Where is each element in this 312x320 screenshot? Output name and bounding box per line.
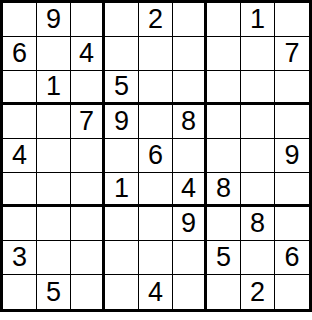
cell-r5c6[interactable] [173,139,207,173]
cell-r5c5[interactable]: 6 [139,139,173,173]
cell-r2c5[interactable] [139,37,173,71]
cell-r4c8[interactable] [241,105,275,139]
cell-r1c2[interactable]: 9 [37,3,71,37]
cell-r8c4[interactable] [105,241,139,275]
cell-r6c5[interactable] [139,173,173,207]
cell-r6c6[interactable]: 4 [173,173,207,207]
cell-r2c8[interactable] [241,37,275,71]
cell-r4c5[interactable] [139,105,173,139]
cell-r7c2[interactable] [37,207,71,241]
cell-r9c6[interactable] [173,275,207,309]
cell-r8c3[interactable] [71,241,105,275]
cell-r4c3[interactable]: 7 [71,105,105,139]
cell-r5c1[interactable]: 4 [3,139,37,173]
cell-r9c5[interactable]: 4 [139,275,173,309]
cell-r9c9[interactable] [275,275,309,309]
cell-r5c7[interactable] [207,139,241,173]
cell-r1c3[interactable] [71,3,105,37]
cell-r7c3[interactable] [71,207,105,241]
cell-r6c3[interactable] [71,173,105,207]
cell-r5c3[interactable] [71,139,105,173]
cell-r2c4[interactable] [105,37,139,71]
cell-r9c1[interactable] [3,275,37,309]
cell-r8c1[interactable]: 3 [3,241,37,275]
cell-r7c9[interactable] [275,207,309,241]
cell-r7c1[interactable] [3,207,37,241]
cell-r6c8[interactable] [241,173,275,207]
cell-r4c4[interactable]: 9 [105,105,139,139]
cell-r6c2[interactable] [37,173,71,207]
cell-r4c9[interactable] [275,105,309,139]
cell-r1c8[interactable]: 1 [241,3,275,37]
cell-r7c8[interactable]: 8 [241,207,275,241]
cell-r6c9[interactable] [275,173,309,207]
cell-r3c9[interactable] [275,71,309,105]
cell-r2c7[interactable] [207,37,241,71]
cell-r2c6[interactable] [173,37,207,71]
cell-r3c8[interactable] [241,71,275,105]
sudoku-board: 9216471579846914898356542 [0,0,312,312]
cell-r8c8[interactable] [241,241,275,275]
cell-r9c4[interactable] [105,275,139,309]
cell-r5c8[interactable] [241,139,275,173]
cell-r4c7[interactable] [207,105,241,139]
cell-r1c5[interactable]: 2 [139,3,173,37]
cell-r7c6[interactable]: 9 [173,207,207,241]
cell-r6c1[interactable] [3,173,37,207]
cell-r1c7[interactable] [207,3,241,37]
cell-r2c3[interactable]: 4 [71,37,105,71]
cell-r5c2[interactable] [37,139,71,173]
cell-r2c9[interactable]: 7 [275,37,309,71]
cell-r3c6[interactable] [173,71,207,105]
cell-r3c3[interactable] [71,71,105,105]
cell-r9c3[interactable] [71,275,105,309]
cell-r6c4[interactable]: 1 [105,173,139,207]
cell-r7c5[interactable] [139,207,173,241]
cell-r9c7[interactable] [207,275,241,309]
cell-r4c2[interactable] [37,105,71,139]
cell-r1c6[interactable] [173,3,207,37]
cell-r8c5[interactable] [139,241,173,275]
cell-r4c6[interactable]: 8 [173,105,207,139]
cell-r1c9[interactable] [275,3,309,37]
cell-r9c8[interactable]: 2 [241,275,275,309]
cell-r4c1[interactable] [3,105,37,139]
cell-r8c2[interactable] [37,241,71,275]
cell-r3c4[interactable]: 5 [105,71,139,105]
cell-r3c7[interactable] [207,71,241,105]
cell-r1c4[interactable] [105,3,139,37]
cell-r6c7[interactable]: 8 [207,173,241,207]
cell-r7c4[interactable] [105,207,139,241]
cell-r5c4[interactable] [105,139,139,173]
cell-r2c1[interactable]: 6 [3,37,37,71]
cell-r9c2[interactable]: 5 [37,275,71,309]
cell-r3c1[interactable] [3,71,37,105]
cell-r8c6[interactable] [173,241,207,275]
cell-r5c9[interactable]: 9 [275,139,309,173]
cell-r7c7[interactable] [207,207,241,241]
cell-r3c5[interactable] [139,71,173,105]
cell-r3c2[interactable]: 1 [37,71,71,105]
cell-r1c1[interactable] [3,3,37,37]
cell-r2c2[interactable] [37,37,71,71]
cell-r8c7[interactable]: 5 [207,241,241,275]
cell-r8c9[interactable]: 6 [275,241,309,275]
